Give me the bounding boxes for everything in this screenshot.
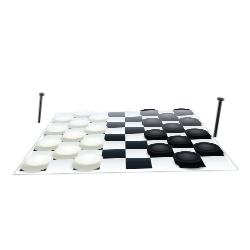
board-perspective-wrap <box>14 110 238 174</box>
board-square-dark <box>149 148 176 158</box>
piece-mid <box>84 128 107 132</box>
stake-head <box>217 97 225 101</box>
stake-pin <box>213 99 221 137</box>
stake-head <box>39 93 44 96</box>
piece-mid <box>173 111 194 114</box>
product-photo <box>0 0 250 250</box>
piece-mid <box>178 120 201 123</box>
piece-side <box>70 158 103 171</box>
piece-mid <box>193 147 223 152</box>
ground-stake-right <box>213 99 221 137</box>
board-square-dark <box>195 147 225 157</box>
ground-stake-left <box>38 95 42 123</box>
piece-top <box>171 108 193 113</box>
stake-pin <box>38 95 42 123</box>
board-grid <box>14 110 238 174</box>
board-square-dark <box>101 149 126 159</box>
board-square-light <box>200 156 233 167</box>
piece-mid <box>72 158 103 164</box>
piece-mid <box>185 132 211 136</box>
board-square-dark <box>73 159 101 170</box>
white-checker-piece <box>70 158 103 171</box>
board-square-light <box>126 148 151 158</box>
board-square-dark <box>126 158 153 169</box>
piece-mid <box>88 117 109 120</box>
piece-mid <box>79 141 105 146</box>
board-square-light <box>99 158 126 169</box>
